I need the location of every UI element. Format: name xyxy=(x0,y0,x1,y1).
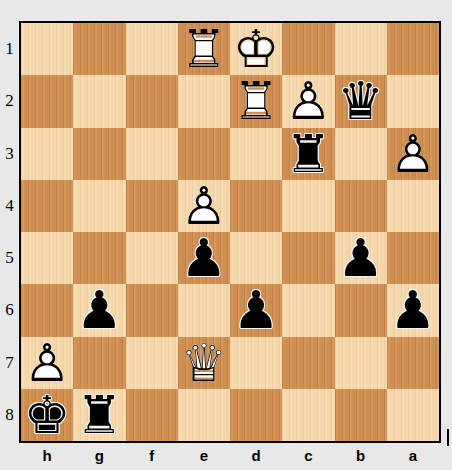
square-d1[interactable]: ♚♔ xyxy=(230,23,282,75)
square-g8[interactable]: ♜ xyxy=(73,389,125,441)
file-labels: hgfedcba xyxy=(21,443,439,470)
piece-white-pawn[interactable]: ♟♙ xyxy=(21,337,73,389)
square-f7[interactable] xyxy=(126,337,178,389)
white-pawn-outline-glyph: ♙ xyxy=(178,180,230,232)
square-c2[interactable]: ♟♙ xyxy=(282,75,334,127)
square-d6[interactable]: ♟ xyxy=(230,284,282,336)
rank-label-6: 6 xyxy=(0,284,19,336)
square-e4[interactable]: ♟♙ xyxy=(178,180,230,232)
square-f8[interactable] xyxy=(126,389,178,441)
piece-white-pawn[interactable]: ♟♙ xyxy=(387,128,439,180)
square-c6[interactable] xyxy=(282,284,334,336)
rank-label-1: 1 xyxy=(0,23,19,75)
piece-black-pawn[interactable]: ♟ xyxy=(230,284,282,336)
square-d2[interactable]: ♜♖ xyxy=(230,75,282,127)
chess-diagram-page: 12345678 ♜♖♚♔♜♖♟♙♛♜♟♙♟♙♟♟♟♟♟♟♙♛♕♚♜ hgfed… xyxy=(0,0,452,470)
square-b2[interactable]: ♛ xyxy=(335,75,387,127)
piece-black-pawn[interactable]: ♟ xyxy=(178,232,230,284)
white-pawn-outline-glyph: ♙ xyxy=(21,337,73,389)
square-c4[interactable] xyxy=(282,180,334,232)
square-c5[interactable] xyxy=(282,232,334,284)
piece-white-rook[interactable]: ♜♖ xyxy=(230,75,282,127)
rank-label-4: 4 xyxy=(0,180,19,232)
square-h4[interactable] xyxy=(21,180,73,232)
black-pawn-glyph: ♟ xyxy=(230,284,282,336)
black-queen-glyph: ♛ xyxy=(335,75,387,127)
square-g1[interactable] xyxy=(73,23,125,75)
white-king-outline-glyph: ♔ xyxy=(230,23,282,75)
square-d4[interactable] xyxy=(230,180,282,232)
piece-black-pawn[interactable]: ♟ xyxy=(335,232,387,284)
white-pawn-outline-glyph: ♙ xyxy=(387,128,439,180)
square-b6[interactable] xyxy=(335,284,387,336)
file-label-f: f xyxy=(126,443,178,470)
square-e7[interactable]: ♛♕ xyxy=(178,337,230,389)
piece-black-rook[interactable]: ♜ xyxy=(73,389,125,441)
black-pawn-glyph: ♟ xyxy=(73,284,125,336)
square-e6[interactable] xyxy=(178,284,230,336)
square-a1[interactable] xyxy=(387,23,439,75)
file-label-a: a xyxy=(387,443,439,470)
file-label-h: h xyxy=(21,443,73,470)
square-b3[interactable] xyxy=(335,128,387,180)
square-h2[interactable] xyxy=(21,75,73,127)
black-king-glyph: ♚ xyxy=(21,389,73,441)
file-label-g: g xyxy=(73,443,125,470)
square-h3[interactable] xyxy=(21,128,73,180)
square-f6[interactable] xyxy=(126,284,178,336)
rank-label-5: 5 xyxy=(0,232,19,284)
square-b4[interactable] xyxy=(335,180,387,232)
square-a5[interactable] xyxy=(387,232,439,284)
file-label-c: c xyxy=(282,443,334,470)
square-g6[interactable]: ♟ xyxy=(73,284,125,336)
square-c8[interactable] xyxy=(282,389,334,441)
square-b5[interactable]: ♟ xyxy=(335,232,387,284)
square-g4[interactable] xyxy=(73,180,125,232)
white-rook-outline-glyph: ♖ xyxy=(178,23,230,75)
square-g7[interactable] xyxy=(73,337,125,389)
square-a8[interactable] xyxy=(387,389,439,441)
square-d5[interactable] xyxy=(230,232,282,284)
file-label-e: e xyxy=(178,443,230,470)
square-b8[interactable] xyxy=(335,389,387,441)
square-a2[interactable] xyxy=(387,75,439,127)
square-h7[interactable]: ♟♙ xyxy=(21,337,73,389)
square-g2[interactable] xyxy=(73,75,125,127)
square-e2[interactable] xyxy=(178,75,230,127)
white-pawn-outline-glyph: ♙ xyxy=(282,75,334,127)
square-a6[interactable]: ♟ xyxy=(387,284,439,336)
chess-board: ♜♖♚♔♜♖♟♙♛♜♟♙♟♙♟♟♟♟♟♟♙♛♕♚♜ xyxy=(19,21,441,443)
square-g5[interactable] xyxy=(73,232,125,284)
rank-label-7: 7 xyxy=(0,337,19,389)
square-e1[interactable]: ♜♖ xyxy=(178,23,230,75)
square-b1[interactable] xyxy=(335,23,387,75)
piece-black-rook[interactable]: ♜ xyxy=(282,128,334,180)
square-f3[interactable] xyxy=(126,128,178,180)
piece-white-pawn[interactable]: ♟♙ xyxy=(282,75,334,127)
piece-black-queen[interactable]: ♛ xyxy=(335,75,387,127)
square-d3[interactable] xyxy=(230,128,282,180)
square-e8[interactable] xyxy=(178,389,230,441)
rank-label-3: 3 xyxy=(0,128,19,180)
white-rook-outline-glyph: ♖ xyxy=(230,75,282,127)
square-a3[interactable]: ♟♙ xyxy=(387,128,439,180)
square-f4[interactable] xyxy=(126,180,178,232)
file-label-d: d xyxy=(230,443,282,470)
black-pawn-glyph: ♟ xyxy=(178,232,230,284)
square-d7[interactable] xyxy=(230,337,282,389)
piece-black-pawn[interactable]: ♟ xyxy=(73,284,125,336)
rank-label-2: 2 xyxy=(0,75,19,127)
square-f5[interactable] xyxy=(126,232,178,284)
square-a7[interactable] xyxy=(387,337,439,389)
file-label-b: b xyxy=(335,443,387,470)
black-pawn-glyph: ♟ xyxy=(387,284,439,336)
square-c3[interactable]: ♜ xyxy=(282,128,334,180)
square-f1[interactable] xyxy=(126,23,178,75)
square-h8[interactable]: ♚ xyxy=(21,389,73,441)
black-rook-glyph: ♜ xyxy=(282,128,334,180)
rank-labels: 12345678 xyxy=(0,23,19,441)
square-h5[interactable] xyxy=(21,232,73,284)
piece-black-pawn[interactable]: ♟ xyxy=(387,284,439,336)
square-a4[interactable] xyxy=(387,180,439,232)
square-g3[interactable] xyxy=(73,128,125,180)
black-pawn-glyph: ♟ xyxy=(335,232,387,284)
piece-black-king[interactable]: ♚ xyxy=(21,389,73,441)
square-e5[interactable]: ♟ xyxy=(178,232,230,284)
black-rook-glyph: ♜ xyxy=(73,389,125,441)
square-f2[interactable] xyxy=(126,75,178,127)
square-c7[interactable] xyxy=(282,337,334,389)
piece-white-queen[interactable]: ♛♕ xyxy=(178,337,230,389)
piece-white-king[interactable]: ♚♔ xyxy=(230,23,282,75)
square-b7[interactable] xyxy=(335,337,387,389)
rank-label-8: 8 xyxy=(0,389,19,441)
square-d8[interactable] xyxy=(230,389,282,441)
square-h1[interactable] xyxy=(21,23,73,75)
square-c1[interactable] xyxy=(282,23,334,75)
piece-white-pawn[interactable]: ♟♙ xyxy=(178,180,230,232)
square-e3[interactable] xyxy=(178,128,230,180)
white-queen-outline-glyph: ♕ xyxy=(178,337,230,389)
piece-white-rook[interactable]: ♜♖ xyxy=(178,23,230,75)
text-caret-artifact xyxy=(447,429,449,446)
square-h6[interactable] xyxy=(21,284,73,336)
